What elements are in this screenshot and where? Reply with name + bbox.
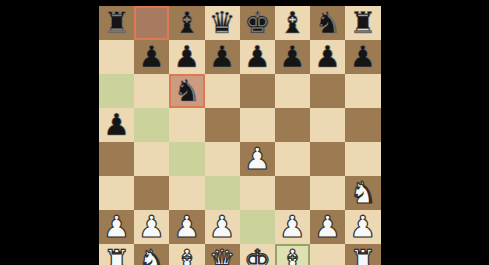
piece-white-pawn-e4[interactable]: ♟ bbox=[244, 142, 271, 176]
square-e1[interactable]: ♚ bbox=[240, 244, 275, 265]
piece-black-knight-c6[interactable]: ♞ bbox=[174, 74, 201, 108]
piece-black-pawn-d7[interactable]: ♟ bbox=[209, 40, 236, 74]
square-h1[interactable]: ♜ bbox=[345, 244, 380, 265]
square-d6[interactable] bbox=[205, 74, 240, 108]
piece-white-pawn-c2[interactable]: ♟ bbox=[174, 210, 201, 244]
square-h4[interactable] bbox=[345, 142, 380, 176]
square-a7[interactable] bbox=[99, 40, 134, 74]
square-g5[interactable] bbox=[310, 108, 345, 142]
square-g2[interactable]: ♟ bbox=[310, 210, 345, 244]
square-c7[interactable]: ♟ bbox=[169, 40, 204, 74]
square-g3[interactable] bbox=[310, 176, 345, 210]
square-h5[interactable] bbox=[345, 108, 380, 142]
piece-white-pawn-g2[interactable]: ♟ bbox=[314, 210, 341, 244]
square-a5[interactable]: ♟ bbox=[99, 108, 134, 142]
piece-white-pawn-b2[interactable]: ♟ bbox=[138, 210, 165, 244]
square-g6[interactable] bbox=[310, 74, 345, 108]
piece-white-rook-h1[interactable]: ♜ bbox=[349, 244, 376, 265]
piece-black-rook-h8[interactable]: ♜ bbox=[349, 6, 376, 40]
square-b1[interactable]: ♞ bbox=[134, 244, 169, 265]
chess-board: ♜♝♛♚♝♞♜♟♟♟♟♟♟♟♞♟♟♞♟♟♟♟♟♟♟♜♞♝♛♚♝♜ bbox=[99, 6, 381, 265]
square-b6[interactable] bbox=[134, 74, 169, 108]
piece-black-bishop-c8[interactable]: ♝ bbox=[174, 6, 201, 40]
video-frame: ♜♝♛♚♝♞♜♟♟♟♟♟♟♟♞♟♟♞♟♟♟♟♟♟♟♜♞♝♛♚♝♜ bbox=[0, 0, 489, 265]
piece-white-pawn-h2[interactable]: ♟ bbox=[349, 210, 376, 244]
piece-black-pawn-b7[interactable]: ♟ bbox=[138, 40, 165, 74]
square-b8[interactable] bbox=[134, 6, 169, 40]
square-f1[interactable]: ♝ bbox=[275, 244, 310, 265]
piece-black-pawn-f7[interactable]: ♟ bbox=[279, 40, 306, 74]
piece-black-pawn-h7[interactable]: ♟ bbox=[349, 40, 376, 74]
square-a6[interactable] bbox=[99, 74, 134, 108]
square-c2[interactable]: ♟ bbox=[169, 210, 204, 244]
piece-white-pawn-f2[interactable]: ♟ bbox=[279, 210, 306, 244]
square-c1[interactable]: ♝ bbox=[169, 244, 204, 265]
piece-white-bishop-f1[interactable]: ♝ bbox=[279, 244, 306, 265]
piece-black-knight-g8[interactable]: ♞ bbox=[314, 6, 341, 40]
square-b5[interactable] bbox=[134, 108, 169, 142]
piece-white-rook-a1[interactable]: ♜ bbox=[103, 244, 130, 265]
piece-white-pawn-a2[interactable]: ♟ bbox=[103, 210, 130, 244]
piece-white-knight-b1[interactable]: ♞ bbox=[138, 244, 165, 265]
square-e6[interactable] bbox=[240, 74, 275, 108]
square-b3[interactable] bbox=[134, 176, 169, 210]
piece-black-pawn-c7[interactable]: ♟ bbox=[174, 40, 201, 74]
square-g7[interactable]: ♟ bbox=[310, 40, 345, 74]
square-f8[interactable]: ♝ bbox=[275, 6, 310, 40]
square-a1[interactable]: ♜ bbox=[99, 244, 134, 265]
square-a4[interactable] bbox=[99, 142, 134, 176]
piece-black-pawn-e7[interactable]: ♟ bbox=[244, 40, 271, 74]
piece-black-bishop-f8[interactable]: ♝ bbox=[279, 6, 306, 40]
square-c6[interactable]: ♞ bbox=[169, 74, 204, 108]
piece-black-pawn-g7[interactable]: ♟ bbox=[314, 40, 341, 74]
square-e4[interactable]: ♟ bbox=[240, 142, 275, 176]
square-h6[interactable] bbox=[345, 74, 380, 108]
square-b4[interactable] bbox=[134, 142, 169, 176]
square-a2[interactable]: ♟ bbox=[99, 210, 134, 244]
square-f6[interactable] bbox=[275, 74, 310, 108]
square-d8[interactable]: ♛ bbox=[205, 6, 240, 40]
square-e7[interactable]: ♟ bbox=[240, 40, 275, 74]
piece-white-pawn-d2[interactable]: ♟ bbox=[209, 210, 236, 244]
square-d2[interactable]: ♟ bbox=[205, 210, 240, 244]
piece-white-bishop-c1[interactable]: ♝ bbox=[174, 244, 201, 265]
square-g4[interactable] bbox=[310, 142, 345, 176]
piece-white-knight-h3[interactable]: ♞ bbox=[349, 176, 376, 210]
square-c5[interactable] bbox=[169, 108, 204, 142]
square-h7[interactable]: ♟ bbox=[345, 40, 380, 74]
square-a3[interactable] bbox=[99, 176, 134, 210]
piece-white-king-e1[interactable]: ♚ bbox=[244, 244, 271, 265]
piece-black-pawn-a5[interactable]: ♟ bbox=[103, 108, 130, 142]
piece-black-rook-a8[interactable]: ♜ bbox=[103, 6, 130, 40]
square-f4[interactable] bbox=[275, 142, 310, 176]
square-c8[interactable]: ♝ bbox=[169, 6, 204, 40]
square-h3[interactable]: ♞ bbox=[345, 176, 380, 210]
square-d5[interactable] bbox=[205, 108, 240, 142]
square-g8[interactable]: ♞ bbox=[310, 6, 345, 40]
square-h2[interactable]: ♟ bbox=[345, 210, 380, 244]
square-e5[interactable] bbox=[240, 108, 275, 142]
square-d7[interactable]: ♟ bbox=[205, 40, 240, 74]
square-d1[interactable]: ♛ bbox=[205, 244, 240, 265]
piece-white-queen-d1[interactable]: ♛ bbox=[209, 244, 236, 265]
piece-black-king-e8[interactable]: ♚ bbox=[244, 6, 271, 40]
square-e2[interactable] bbox=[240, 210, 275, 244]
square-f2[interactable]: ♟ bbox=[275, 210, 310, 244]
square-c4[interactable] bbox=[169, 142, 204, 176]
square-h8[interactable]: ♜ bbox=[345, 6, 380, 40]
square-g1[interactable] bbox=[310, 244, 345, 265]
square-d3[interactable] bbox=[205, 176, 240, 210]
square-b2[interactable]: ♟ bbox=[134, 210, 169, 244]
square-f3[interactable] bbox=[275, 176, 310, 210]
square-b7[interactable]: ♟ bbox=[134, 40, 169, 74]
square-f5[interactable] bbox=[275, 108, 310, 142]
square-c3[interactable] bbox=[169, 176, 204, 210]
piece-black-queen-d8[interactable]: ♛ bbox=[209, 6, 236, 40]
square-d4[interactable] bbox=[205, 142, 240, 176]
square-e8[interactable]: ♚ bbox=[240, 6, 275, 40]
square-a8[interactable]: ♜ bbox=[99, 6, 134, 40]
square-e3[interactable] bbox=[240, 176, 275, 210]
square-f7[interactable]: ♟ bbox=[275, 40, 310, 74]
